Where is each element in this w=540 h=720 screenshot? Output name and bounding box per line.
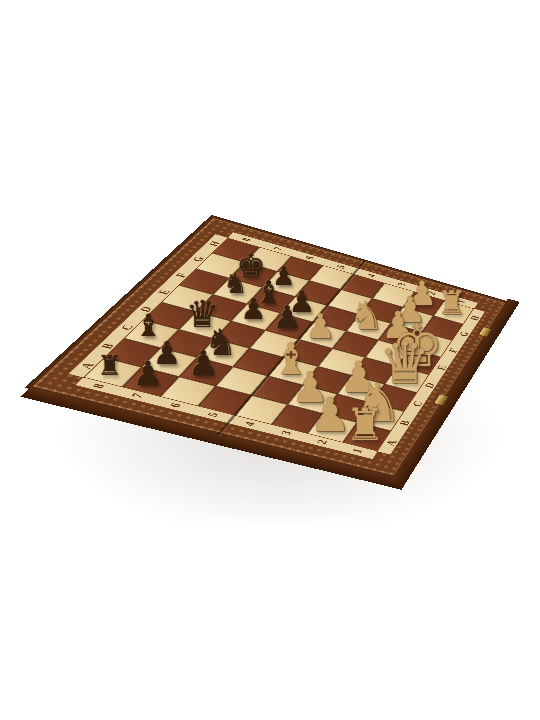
rank-label-6: 6 [165,400,185,411]
piece-black-pawn-a7[interactable]: ♟ [133,356,163,389]
rank-label-5: 5 [203,409,222,420]
piece-black-rook-a8[interactable]: ♜ [97,351,122,379]
rank-label-8: 8 [88,381,109,392]
product-photo-chess-set: 12345678 12345678 ABCDEFGH ABCDEFGH ♚♞♟♝… [0,0,540,720]
piece-black-pawn-b6[interactable]: ♟ [188,346,219,380]
rank-label-4: 4 [240,418,259,429]
rank-label-3: 3 [277,428,295,439]
piece-white-rook-a1[interactable]: ♜ [345,402,385,447]
piece-black-pawn-e6[interactable]: ♟ [241,295,267,324]
piece-black-pawn-e5[interactable]: ♟ [273,302,301,333]
